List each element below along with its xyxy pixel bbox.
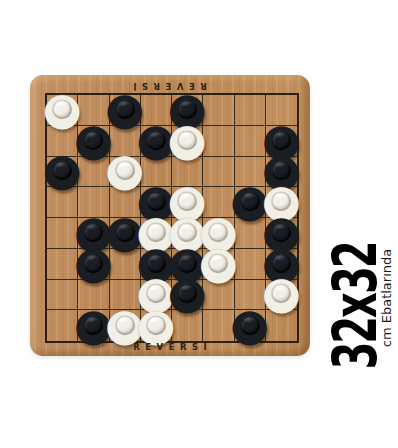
black-piece: ●: [79, 126, 107, 154]
black-disc-glyph: ●: [230, 311, 269, 339]
cell-b6: ●: [78, 249, 109, 280]
white-piece: ●: [173, 126, 201, 154]
black-piece: ●: [79, 249, 107, 277]
cell-e7: ●: [172, 280, 203, 311]
cell-f6: ●: [203, 249, 234, 280]
reversi-board: REVERSİ ●●●●●●●●●●●●●●●●●●●●●●●●●●●●●●●●…: [30, 75, 310, 356]
white-piece: ●: [142, 311, 170, 339]
black-piece: ●: [142, 126, 170, 154]
black-piece: ●: [79, 311, 107, 339]
cell-h7: ●: [266, 280, 297, 311]
black-piece: ●: [236, 187, 264, 215]
cell-g8: ●: [235, 310, 266, 341]
black-piece: ●: [236, 311, 264, 339]
cell-f1: [203, 95, 234, 126]
size-unit-label: cm Ebatlarında: [379, 238, 395, 358]
board-grid: ●●●●●●●●●●●●●●●●●●●●●●●●●●●●●●●●: [45, 93, 299, 343]
black-disc-glyph: ●: [74, 249, 113, 277]
cell-f2: [203, 126, 234, 157]
white-piece: ●: [48, 95, 76, 123]
white-piece: ●: [111, 311, 139, 339]
cell-d8: ●: [141, 310, 172, 341]
black-disc-glyph: ●: [43, 157, 82, 185]
cell-h8: [266, 310, 297, 341]
cell-e2: ●: [172, 126, 203, 157]
white-disc-glyph: ●: [136, 311, 175, 339]
white-piece: ●: [204, 249, 232, 277]
black-piece: ●: [173, 280, 201, 308]
white-piece: ●: [267, 280, 295, 308]
black-piece: ●: [111, 95, 139, 123]
white-disc-glyph: ●: [168, 126, 207, 154]
cell-e8: [172, 310, 203, 341]
white-piece: ●: [111, 157, 139, 185]
black-piece: ●: [111, 218, 139, 246]
cell-a3: ●: [47, 157, 78, 188]
black-piece: ●: [48, 157, 76, 185]
board-title-bottom: REVERSİ: [30, 342, 310, 352]
